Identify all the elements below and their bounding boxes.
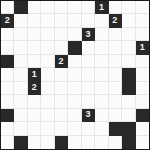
cell-r10c10[interactable] <box>136 136 149 149</box>
cell-r5c10[interactable] <box>136 68 149 81</box>
cell-r4c7[interactable] <box>95 55 108 68</box>
cell-r1c2[interactable] <box>28 14 41 27</box>
cell-r4c5[interactable] <box>68 55 81 68</box>
cell-r9c4[interactable] <box>55 122 68 135</box>
cell-r1c7[interactable] <box>95 14 108 27</box>
cell-r6c5[interactable] <box>68 82 81 95</box>
cell-r4c3[interactable] <box>41 55 54 68</box>
cell-r7c10[interactable] <box>136 95 149 108</box>
cell-r1c10[interactable] <box>136 14 149 27</box>
cell-r4c6[interactable] <box>82 55 95 68</box>
cell-r9c9 <box>122 122 135 135</box>
clue-cell-r1c8: 2 <box>109 14 122 27</box>
cell-r0c5[interactable] <box>68 1 81 14</box>
cell-r7c7[interactable] <box>95 95 108 108</box>
clue-cell-r3c10: 1 <box>136 41 149 54</box>
cell-r9c1[interactable] <box>14 122 27 135</box>
clue-cell-r2c6: 3 <box>82 28 95 41</box>
cell-r2c1[interactable] <box>14 28 27 41</box>
cell-r9c5[interactable] <box>68 122 81 135</box>
cell-r0c0[interactable] <box>1 1 14 14</box>
cell-r9c3[interactable] <box>41 122 54 135</box>
cell-r2c3[interactable] <box>41 28 54 41</box>
cell-r7c9[interactable] <box>122 95 135 108</box>
cell-r2c7[interactable] <box>95 28 108 41</box>
cell-r4c2[interactable] <box>28 55 41 68</box>
cell-r4c0 <box>1 55 14 68</box>
clue-cell-r5c2: 1 <box>28 68 41 81</box>
cell-r10c0[interactable] <box>1 136 14 149</box>
cell-r7c8[interactable] <box>109 95 122 108</box>
cell-r7c6[interactable] <box>82 95 95 108</box>
cell-r6c0[interactable] <box>1 82 14 95</box>
cell-r7c4[interactable] <box>55 95 68 108</box>
cell-r3c8[interactable] <box>109 41 122 54</box>
cell-r1c3[interactable] <box>41 14 54 27</box>
cell-r6c6[interactable] <box>82 82 95 95</box>
cell-r10c8[interactable] <box>109 136 122 149</box>
cell-r0c4[interactable] <box>55 1 68 14</box>
cell-r10c7[interactable] <box>95 136 108 149</box>
cell-r6c3[interactable] <box>41 82 54 95</box>
cell-r10c3[interactable] <box>41 136 54 149</box>
cell-r3c2[interactable] <box>28 41 41 54</box>
cell-r5c3[interactable] <box>41 68 54 81</box>
cell-r10c4 <box>55 136 68 149</box>
cell-r9c6[interactable] <box>82 122 95 135</box>
cell-r7c5[interactable] <box>68 95 81 108</box>
cell-r6c10[interactable] <box>136 82 149 95</box>
cell-r0c8[interactable] <box>109 1 122 14</box>
cell-r4c9[interactable] <box>122 55 135 68</box>
cell-r0c10[interactable] <box>136 1 149 14</box>
cell-r0c2[interactable] <box>28 1 41 14</box>
cell-r1c5[interactable] <box>68 14 81 27</box>
cell-r2c0[interactable] <box>1 28 14 41</box>
cell-r6c4[interactable] <box>55 82 68 95</box>
cell-r8c9[interactable] <box>122 109 135 122</box>
cell-r7c0[interactable] <box>1 95 14 108</box>
cell-r6c9 <box>122 82 135 95</box>
cell-r3c0[interactable] <box>1 41 14 54</box>
cell-r8c7[interactable] <box>95 109 108 122</box>
cell-r1c1[interactable] <box>14 14 27 27</box>
cell-r5c6[interactable] <box>82 68 95 81</box>
clue-cell-r1c0: 2 <box>1 14 14 27</box>
cell-r3c1[interactable] <box>14 41 27 54</box>
clue-cell-r4c4: 2 <box>55 55 68 68</box>
cell-r10c6[interactable] <box>82 136 95 149</box>
cell-r9c0[interactable] <box>1 122 14 135</box>
cell-r0c6[interactable] <box>82 1 95 14</box>
cell-r7c3[interactable] <box>41 95 54 108</box>
clue-cell-r6c2: 2 <box>28 82 41 95</box>
clue-cell-r0c7: 1 <box>95 1 108 14</box>
cell-r5c0[interactable] <box>1 68 14 81</box>
cell-r9c10[interactable] <box>136 122 149 135</box>
cell-r4c1[interactable] <box>14 55 27 68</box>
cell-r10c1 <box>14 136 27 149</box>
cell-r8c10 <box>136 109 149 122</box>
cell-r6c8[interactable] <box>109 82 122 95</box>
cell-r2c5[interactable] <box>68 28 81 41</box>
cell-r8c2[interactable] <box>28 109 41 122</box>
cell-r9c2[interactable] <box>28 122 41 135</box>
cell-r5c7[interactable] <box>95 68 108 81</box>
cell-r5c4[interactable] <box>55 68 68 81</box>
light-up-board: 122312123 <box>0 0 150 150</box>
cell-r8c1[interactable] <box>14 109 27 122</box>
cell-r8c0 <box>1 109 14 122</box>
clue-cell-r8c6: 3 <box>82 109 95 122</box>
cell-r5c5[interactable] <box>68 68 81 81</box>
cell-r8c4[interactable] <box>55 109 68 122</box>
cell-r0c1 <box>14 1 27 14</box>
cell-r2c8[interactable] <box>109 28 122 41</box>
cell-r0c3[interactable] <box>41 1 54 14</box>
cell-r4c8[interactable] <box>109 55 122 68</box>
cell-r3c6[interactable] <box>82 41 95 54</box>
cell-r2c2[interactable] <box>28 28 41 41</box>
cell-r2c10[interactable] <box>136 28 149 41</box>
cell-r8c3[interactable] <box>41 109 54 122</box>
cell-r1c4[interactable] <box>55 14 68 27</box>
cell-r10c5[interactable] <box>68 136 81 149</box>
cell-r10c2[interactable] <box>28 136 41 149</box>
cell-r3c3[interactable] <box>41 41 54 54</box>
cell-r5c9 <box>122 68 135 81</box>
cell-r3c9[interactable] <box>122 41 135 54</box>
cell-r6c7[interactable] <box>95 82 108 95</box>
cell-r8c5[interactable] <box>68 109 81 122</box>
cell-r0c9[interactable] <box>122 1 135 14</box>
cell-r10c9 <box>122 136 135 149</box>
cell-r4c10[interactable] <box>136 55 149 68</box>
cell-r5c1[interactable] <box>14 68 27 81</box>
cell-r3c7[interactable] <box>95 41 108 54</box>
cell-r3c4[interactable] <box>55 41 68 54</box>
cell-r8c8[interactable] <box>109 109 122 122</box>
cell-r9c7[interactable] <box>95 122 108 135</box>
cell-r2c9[interactable] <box>122 28 135 41</box>
cell-r3c5 <box>68 41 81 54</box>
cell-r1c6[interactable] <box>82 14 95 27</box>
cell-r7c2[interactable] <box>28 95 41 108</box>
cell-r2c4[interactable] <box>55 28 68 41</box>
cell-r1c9[interactable] <box>122 14 135 27</box>
cell-r5c8[interactable] <box>109 68 122 81</box>
cell-r9c8 <box>109 122 122 135</box>
cell-r7c1[interactable] <box>14 95 27 108</box>
cell-r6c1[interactable] <box>14 82 27 95</box>
